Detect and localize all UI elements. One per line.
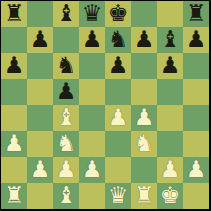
square-g7[interactable]: ♝ <box>157 27 183 53</box>
square-f3[interactable]: ♞ <box>131 131 157 157</box>
white-pawn-icon[interactable]: ♟ <box>30 157 51 182</box>
white-bishop-icon[interactable]: ♝ <box>56 183 77 208</box>
black-knight-icon[interactable]: ♞ <box>56 53 77 78</box>
square-h1[interactable] <box>183 183 209 209</box>
square-h4[interactable] <box>183 105 209 131</box>
square-a4[interactable] <box>1 105 27 131</box>
square-b8[interactable] <box>27 1 53 27</box>
square-c1[interactable]: ♝ <box>53 183 79 209</box>
chess-board: ♜♝♛♚♜♟♟♞♟♝♟♟♞♟♟♟♝♟♟♟♞♞♟♟♟♟♟♜♝♛♜♚ <box>0 0 211 211</box>
square-g4[interactable] <box>157 105 183 131</box>
square-g1[interactable]: ♚ <box>157 183 183 209</box>
white-king-icon[interactable]: ♚ <box>160 183 181 208</box>
square-h8[interactable]: ♜ <box>183 1 209 27</box>
white-pawn-icon[interactable]: ♟ <box>4 131 25 156</box>
square-e5[interactable] <box>105 79 131 105</box>
white-rook-icon[interactable]: ♜ <box>134 183 155 208</box>
square-f8[interactable] <box>131 1 157 27</box>
square-h3[interactable] <box>183 131 209 157</box>
square-d6[interactable] <box>79 53 105 79</box>
black-pawn-icon[interactable]: ♟ <box>56 79 77 104</box>
square-b5[interactable] <box>27 79 53 105</box>
white-rook-icon[interactable]: ♜ <box>4 183 25 208</box>
square-e8[interactable]: ♚ <box>105 1 131 27</box>
square-d3[interactable] <box>79 131 105 157</box>
white-knight-icon[interactable]: ♞ <box>56 131 77 156</box>
square-a2[interactable] <box>1 157 27 183</box>
square-e3[interactable] <box>105 131 131 157</box>
square-d1[interactable] <box>79 183 105 209</box>
square-h6[interactable] <box>183 53 209 79</box>
black-king-icon[interactable]: ♚ <box>108 1 129 26</box>
black-pawn-icon[interactable]: ♟ <box>160 53 181 78</box>
square-c7[interactable] <box>53 27 79 53</box>
square-g8[interactable] <box>157 1 183 27</box>
square-e7[interactable]: ♞ <box>105 27 131 53</box>
square-c3[interactable]: ♞ <box>53 131 79 157</box>
black-pawn-icon[interactable]: ♟ <box>186 27 207 52</box>
square-c2[interactable]: ♟ <box>53 157 79 183</box>
black-pawn-icon[interactable]: ♟ <box>134 27 155 52</box>
black-rook-icon[interactable]: ♜ <box>186 1 207 26</box>
square-f7[interactable]: ♟ <box>131 27 157 53</box>
square-b2[interactable]: ♟ <box>27 157 53 183</box>
square-d8[interactable]: ♛ <box>79 1 105 27</box>
square-a3[interactable]: ♟ <box>1 131 27 157</box>
square-g5[interactable] <box>157 79 183 105</box>
square-h2[interactable]: ♟ <box>183 157 209 183</box>
square-d2[interactable]: ♟ <box>79 157 105 183</box>
square-b3[interactable] <box>27 131 53 157</box>
square-e1[interactable]: ♛ <box>105 183 131 209</box>
square-f4[interactable]: ♟ <box>131 105 157 131</box>
square-h7[interactable]: ♟ <box>183 27 209 53</box>
white-pawn-icon[interactable]: ♟ <box>56 157 77 182</box>
white-pawn-icon[interactable]: ♟ <box>108 105 129 130</box>
black-knight-icon[interactable]: ♞ <box>108 27 129 52</box>
square-f6[interactable] <box>131 53 157 79</box>
white-queen-icon[interactable]: ♛ <box>108 183 129 208</box>
black-bishop-icon[interactable]: ♝ <box>160 27 181 52</box>
square-a1[interactable]: ♜ <box>1 183 27 209</box>
white-pawn-icon[interactable]: ♟ <box>160 157 181 182</box>
square-d4[interactable] <box>79 105 105 131</box>
square-a6[interactable]: ♟ <box>1 53 27 79</box>
square-d7[interactable]: ♟ <box>79 27 105 53</box>
black-pawn-icon[interactable]: ♟ <box>108 53 129 78</box>
board-grid: ♜♝♛♚♜♟♟♞♟♝♟♟♞♟♟♟♝♟♟♟♞♞♟♟♟♟♟♜♝♛♜♚ <box>1 1 209 209</box>
square-e4[interactable]: ♟ <box>105 105 131 131</box>
square-d5[interactable] <box>79 79 105 105</box>
square-f2[interactable] <box>131 157 157 183</box>
square-a5[interactable] <box>1 79 27 105</box>
black-pawn-icon[interactable]: ♟ <box>4 53 25 78</box>
white-pawn-icon[interactable]: ♟ <box>134 105 155 130</box>
square-b4[interactable] <box>27 105 53 131</box>
black-bishop-icon[interactable]: ♝ <box>56 1 77 26</box>
square-g2[interactable]: ♟ <box>157 157 183 183</box>
white-pawn-icon[interactable]: ♟ <box>82 157 103 182</box>
white-knight-icon[interactable]: ♞ <box>134 131 155 156</box>
square-c4[interactable]: ♝ <box>53 105 79 131</box>
square-b6[interactable] <box>27 53 53 79</box>
square-c8[interactable]: ♝ <box>53 1 79 27</box>
square-e2[interactable] <box>105 157 131 183</box>
white-bishop-icon[interactable]: ♝ <box>56 105 77 130</box>
square-b7[interactable]: ♟ <box>27 27 53 53</box>
square-a8[interactable]: ♜ <box>1 1 27 27</box>
square-c5[interactable]: ♟ <box>53 79 79 105</box>
square-b1[interactable] <box>27 183 53 209</box>
square-g3[interactable] <box>157 131 183 157</box>
black-pawn-icon[interactable]: ♟ <box>30 27 51 52</box>
square-a7[interactable] <box>1 27 27 53</box>
square-f5[interactable] <box>131 79 157 105</box>
square-g6[interactable]: ♟ <box>157 53 183 79</box>
black-pawn-icon[interactable]: ♟ <box>82 27 103 52</box>
black-rook-icon[interactable]: ♜ <box>4 1 25 26</box>
square-c6[interactable]: ♞ <box>53 53 79 79</box>
square-h5[interactable] <box>183 79 209 105</box>
white-pawn-icon[interactable]: ♟ <box>186 157 207 182</box>
square-e6[interactable]: ♟ <box>105 53 131 79</box>
black-queen-icon[interactable]: ♛ <box>82 1 103 26</box>
square-f1[interactable]: ♜ <box>131 183 157 209</box>
